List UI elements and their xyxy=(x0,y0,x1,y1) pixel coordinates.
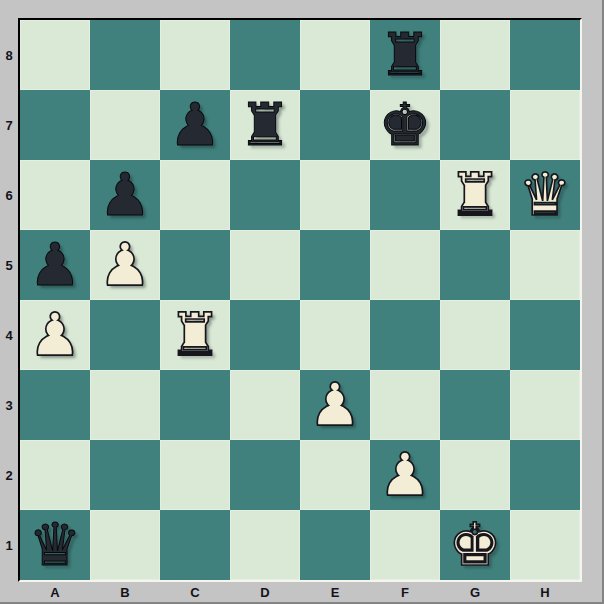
square-a6[interactable] xyxy=(20,160,90,230)
rank-label-2: 2 xyxy=(0,440,18,510)
square-h8[interactable] xyxy=(510,20,580,90)
square-c6[interactable] xyxy=(160,160,230,230)
piece-white-pawn-f2[interactable]: ♟ xyxy=(379,440,432,510)
square-h1[interactable] xyxy=(510,510,580,580)
rank-label-7: 7 xyxy=(0,90,18,160)
square-d5[interactable] xyxy=(230,230,300,300)
square-g5[interactable] xyxy=(440,230,510,300)
square-c1[interactable] xyxy=(160,510,230,580)
square-f3[interactable] xyxy=(370,370,440,440)
square-c4[interactable]: ♜ xyxy=(160,300,230,370)
square-d8[interactable] xyxy=(230,20,300,90)
square-h7[interactable] xyxy=(510,90,580,160)
square-g7[interactable] xyxy=(440,90,510,160)
piece-white-pawn-a4[interactable]: ♟ xyxy=(29,300,82,370)
square-b5[interactable]: ♟ xyxy=(90,230,160,300)
square-f5[interactable] xyxy=(370,230,440,300)
chess-board: ♜♟♜♚♟♜♛♟♟♟♜♟♟♛♚ xyxy=(18,18,582,582)
square-f7[interactable]: ♚ xyxy=(370,90,440,160)
piece-white-queen-h6[interactable]: ♛ xyxy=(519,160,572,230)
square-e6[interactable] xyxy=(300,160,370,230)
square-d1[interactable] xyxy=(230,510,300,580)
square-b7[interactable] xyxy=(90,90,160,160)
piece-white-king-g1[interactable]: ♚ xyxy=(449,510,502,580)
square-e5[interactable] xyxy=(300,230,370,300)
square-b8[interactable] xyxy=(90,20,160,90)
square-a7[interactable] xyxy=(20,90,90,160)
square-e3[interactable]: ♟ xyxy=(300,370,370,440)
square-f4[interactable] xyxy=(370,300,440,370)
square-d3[interactable] xyxy=(230,370,300,440)
file-label-c: C xyxy=(160,582,230,602)
square-f2[interactable]: ♟ xyxy=(370,440,440,510)
square-h5[interactable] xyxy=(510,230,580,300)
square-h6[interactable]: ♛ xyxy=(510,160,580,230)
square-g6[interactable]: ♜ xyxy=(440,160,510,230)
square-d2[interactable] xyxy=(230,440,300,510)
square-h4[interactable] xyxy=(510,300,580,370)
square-b4[interactable] xyxy=(90,300,160,370)
file-labels: ABCDEFGH xyxy=(20,582,580,602)
rank-labels: 87654321 xyxy=(0,20,18,580)
square-e2[interactable] xyxy=(300,440,370,510)
square-f6[interactable] xyxy=(370,160,440,230)
piece-white-pawn-b5[interactable]: ♟ xyxy=(99,230,152,300)
file-label-f: F xyxy=(370,582,440,602)
piece-black-rook-f8[interactable]: ♜ xyxy=(379,20,432,90)
piece-black-pawn-c7[interactable]: ♟ xyxy=(169,90,222,160)
piece-black-king-f7[interactable]: ♚ xyxy=(379,90,432,160)
file-label-d: D xyxy=(230,582,300,602)
square-c8[interactable] xyxy=(160,20,230,90)
piece-black-pawn-a5[interactable]: ♟ xyxy=(29,230,82,300)
square-d4[interactable] xyxy=(230,300,300,370)
square-d6[interactable] xyxy=(230,160,300,230)
square-c5[interactable] xyxy=(160,230,230,300)
square-b3[interactable] xyxy=(90,370,160,440)
square-c2[interactable] xyxy=(160,440,230,510)
square-b6[interactable]: ♟ xyxy=(90,160,160,230)
rank-label-3: 3 xyxy=(0,370,18,440)
piece-black-pawn-b6[interactable]: ♟ xyxy=(99,160,152,230)
square-g1[interactable]: ♚ xyxy=(440,510,510,580)
piece-black-rook-d7[interactable]: ♜ xyxy=(239,90,292,160)
chess-diagram-frame: 87654321 ♜♟♜♚♟♜♛♟♟♟♜♟♟♛♚ ABCDEFGH xyxy=(0,0,604,604)
rank-label-1: 1 xyxy=(0,510,18,580)
square-a1[interactable]: ♛ xyxy=(20,510,90,580)
square-e1[interactable] xyxy=(300,510,370,580)
square-d7[interactable]: ♜ xyxy=(230,90,300,160)
piece-white-rook-g6[interactable]: ♜ xyxy=(449,160,502,230)
square-e4[interactable] xyxy=(300,300,370,370)
square-a3[interactable] xyxy=(20,370,90,440)
piece-white-rook-c4[interactable]: ♜ xyxy=(169,300,222,370)
file-label-h: H xyxy=(510,582,580,602)
square-g8[interactable] xyxy=(440,20,510,90)
square-a2[interactable] xyxy=(20,440,90,510)
file-label-e: E xyxy=(300,582,370,602)
file-label-a: A xyxy=(20,582,90,602)
rank-label-4: 4 xyxy=(0,300,18,370)
square-f8[interactable]: ♜ xyxy=(370,20,440,90)
square-a8[interactable] xyxy=(20,20,90,90)
square-b1[interactable] xyxy=(90,510,160,580)
square-h3[interactable] xyxy=(510,370,580,440)
piece-white-pawn-e3[interactable]: ♟ xyxy=(309,370,362,440)
square-h2[interactable] xyxy=(510,440,580,510)
piece-black-queen-a1[interactable]: ♛ xyxy=(29,510,82,580)
square-a4[interactable]: ♟ xyxy=(20,300,90,370)
square-e7[interactable] xyxy=(300,90,370,160)
square-f1[interactable] xyxy=(370,510,440,580)
rank-label-5: 5 xyxy=(0,230,18,300)
rank-label-6: 6 xyxy=(0,160,18,230)
square-c3[interactable] xyxy=(160,370,230,440)
file-label-b: B xyxy=(90,582,160,602)
square-g3[interactable] xyxy=(440,370,510,440)
rank-label-8: 8 xyxy=(0,20,18,90)
square-g4[interactable] xyxy=(440,300,510,370)
square-c7[interactable]: ♟ xyxy=(160,90,230,160)
square-g2[interactable] xyxy=(440,440,510,510)
square-b2[interactable] xyxy=(90,440,160,510)
square-e8[interactable] xyxy=(300,20,370,90)
file-label-g: G xyxy=(440,582,510,602)
square-a5[interactable]: ♟ xyxy=(20,230,90,300)
